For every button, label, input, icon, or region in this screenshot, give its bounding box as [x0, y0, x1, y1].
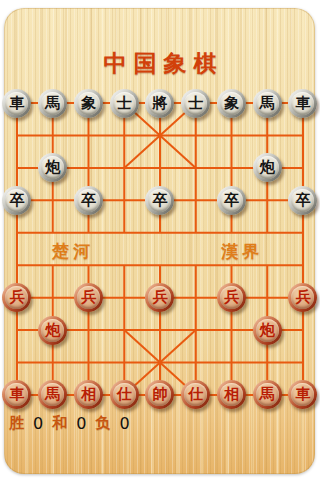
board-point[interactable]: 炮	[249, 152, 285, 184]
red-chariot[interactable]: 車	[2, 380, 31, 409]
black-chariot[interactable]: 車	[288, 89, 317, 118]
app-screen: 中国象棋 楚河 漢界 車馬象士將士象馬車炮炮卒卒卒卒卒兵兵兵兵兵炮炮車馬相仕帥仕…	[0, 0, 320, 480]
board-point[interactable]	[285, 249, 320, 281]
black-soldier[interactable]: 卒	[74, 186, 103, 215]
red-soldier[interactable]: 兵	[74, 283, 103, 312]
board-point[interactable]: 兵	[71, 281, 107, 313]
piece-glyph: 兵	[224, 290, 239, 305]
board-point[interactable]	[249, 184, 285, 216]
black-advisor[interactable]: 士	[181, 89, 210, 118]
board-point[interactable]: 象	[71, 87, 107, 119]
black-horse[interactable]: 馬	[253, 89, 282, 118]
board-point[interactable]	[142, 346, 178, 378]
red-cannon[interactable]: 炮	[253, 316, 282, 345]
board-point[interactable]	[178, 152, 214, 184]
board-point[interactable]: 馬	[249, 379, 285, 411]
board-point[interactable]: 卒	[0, 184, 35, 216]
score-bar: 胜 0 和 0 负 0	[9, 414, 130, 433]
piece-grid: 車馬象士將士象馬車炮炮卒卒卒卒卒兵兵兵兵兵炮炮車馬相仕帥仕相馬車	[0, 87, 320, 411]
board-point[interactable]	[285, 346, 320, 378]
board-point[interactable]	[214, 217, 250, 249]
board-point[interactable]	[214, 346, 250, 378]
piece-glyph: 馬	[260, 96, 275, 111]
board-point[interactable]	[106, 217, 142, 249]
board-point[interactable]	[106, 281, 142, 313]
piece-glyph: 車	[9, 96, 24, 111]
draws-count: 0	[76, 414, 86, 433]
red-chariot[interactable]: 車	[288, 380, 317, 409]
wins-label: 胜	[9, 414, 24, 433]
board-point[interactable]	[0, 346, 35, 378]
board-point[interactable]: 車	[285, 379, 320, 411]
red-soldier[interactable]: 兵	[288, 283, 317, 312]
piece-glyph: 炮	[45, 160, 60, 175]
red-soldier[interactable]: 兵	[217, 283, 246, 312]
board-point[interactable]	[0, 249, 35, 281]
board-point[interactable]	[178, 281, 214, 313]
piece-glyph: 士	[117, 96, 132, 111]
board-point[interactable]: 士	[178, 87, 214, 119]
board-point[interactable]	[285, 314, 320, 346]
board-point[interactable]: 炮	[35, 314, 71, 346]
board-point[interactable]: 仕	[178, 379, 214, 411]
board-point[interactable]	[71, 249, 107, 281]
board-point[interactable]	[106, 184, 142, 216]
board-point[interactable]	[214, 119, 250, 151]
board-point[interactable]	[35, 249, 71, 281]
board-point[interactable]	[35, 281, 71, 313]
piece-glyph: 卒	[9, 193, 24, 208]
wins-count: 0	[33, 414, 43, 433]
board-point[interactable]	[285, 217, 320, 249]
board-point[interactable]: 卒	[71, 184, 107, 216]
board-point[interactable]	[142, 152, 178, 184]
piece-glyph: 馬	[260, 387, 275, 402]
board-point[interactable]: 車	[0, 379, 35, 411]
board-point[interactable]	[285, 119, 320, 151]
black-chariot[interactable]: 車	[2, 89, 31, 118]
board-point[interactable]: 相	[71, 379, 107, 411]
piece-glyph: 兵	[81, 290, 96, 305]
black-soldier[interactable]: 卒	[217, 186, 246, 215]
board-point[interactable]	[178, 346, 214, 378]
losses-label: 负	[95, 414, 110, 433]
piece-glyph: 卒	[224, 193, 239, 208]
board-point[interactable]	[71, 346, 107, 378]
black-elephant[interactable]: 象	[217, 89, 246, 118]
draws-label: 和	[52, 414, 67, 433]
board-point[interactable]	[71, 217, 107, 249]
piece-glyph: 車	[295, 387, 310, 402]
black-horse[interactable]: 馬	[38, 89, 67, 118]
board-point[interactable]	[178, 249, 214, 281]
piece-glyph: 仕	[117, 387, 132, 402]
piece-glyph: 兵	[9, 290, 24, 305]
board-point[interactable]	[142, 314, 178, 346]
board-point[interactable]	[249, 346, 285, 378]
board-point[interactable]	[142, 249, 178, 281]
red-cannon[interactable]: 炮	[38, 316, 67, 345]
board-point[interactable]	[214, 314, 250, 346]
piece-glyph: 炮	[45, 323, 60, 338]
piece-glyph: 將	[152, 96, 167, 111]
red-horse[interactable]: 馬	[253, 380, 282, 409]
black-soldier[interactable]: 卒	[288, 186, 317, 215]
board-point[interactable]: 炮	[35, 152, 71, 184]
red-elephant[interactable]: 相	[217, 380, 246, 409]
black-cannon[interactable]: 炮	[253, 153, 282, 182]
board-point[interactable]	[178, 184, 214, 216]
piece-glyph: 車	[9, 387, 24, 402]
board-point[interactable]	[106, 119, 142, 151]
black-soldier[interactable]: 卒	[2, 186, 31, 215]
piece-glyph: 仕	[188, 387, 203, 402]
piece-glyph: 馬	[45, 96, 60, 111]
piece-glyph: 卒	[295, 193, 310, 208]
board-point[interactable]	[142, 119, 178, 151]
board-point[interactable]: 車	[0, 87, 35, 119]
black-advisor[interactable]: 士	[110, 89, 139, 118]
board-point[interactable]	[35, 119, 71, 151]
board-point[interactable]	[0, 217, 35, 249]
board-point[interactable]: 兵	[0, 281, 35, 313]
piece-glyph: 炮	[260, 160, 275, 175]
black-elephant[interactable]: 象	[74, 89, 103, 118]
board-point[interactable]: 兵	[285, 281, 320, 313]
piece-glyph: 兵	[295, 290, 310, 305]
board-point[interactable]: 卒	[285, 184, 320, 216]
board-point[interactable]	[71, 152, 107, 184]
board-point[interactable]: 炮	[249, 314, 285, 346]
black-cannon[interactable]: 炮	[38, 153, 67, 182]
board-point[interactable]: 相	[214, 379, 250, 411]
board-point[interactable]	[35, 346, 71, 378]
board-point[interactable]	[249, 281, 285, 313]
piece-glyph: 相	[224, 387, 239, 402]
board-point[interactable]	[35, 184, 71, 216]
black-general[interactable]: 將	[145, 89, 174, 118]
board-point[interactable]: 帥	[142, 379, 178, 411]
piece-glyph: 象	[224, 96, 239, 111]
board-point[interactable]	[178, 314, 214, 346]
red-soldier[interactable]: 兵	[145, 283, 174, 312]
board-point[interactable]	[106, 152, 142, 184]
board-point[interactable]	[106, 346, 142, 378]
piece-glyph: 卒	[81, 193, 96, 208]
board-point[interactable]	[0, 152, 35, 184]
piece-glyph: 相	[81, 387, 96, 402]
piece-glyph: 帥	[152, 387, 167, 402]
piece-glyph: 兵	[152, 290, 167, 305]
board-point[interactable]: 馬	[35, 87, 71, 119]
red-elephant[interactable]: 相	[74, 380, 103, 409]
board-point[interactable]	[214, 152, 250, 184]
board-point[interactable]	[285, 152, 320, 184]
board-point[interactable]: 象	[214, 87, 250, 119]
piece-glyph: 卒	[152, 193, 167, 208]
red-advisor[interactable]: 仕	[110, 380, 139, 409]
board-point[interactable]: 將	[142, 87, 178, 119]
board-point[interactable]	[249, 119, 285, 151]
board-point[interactable]	[0, 119, 35, 151]
piece-glyph: 士	[188, 96, 203, 111]
board-point[interactable]	[0, 314, 35, 346]
board-point[interactable]: 車	[285, 87, 320, 119]
board-point[interactable]	[35, 217, 71, 249]
board-point[interactable]	[178, 217, 214, 249]
board-point[interactable]	[106, 249, 142, 281]
board-point[interactable]: 仕	[106, 379, 142, 411]
app-title: 中国象棋	[0, 48, 320, 79]
board-point[interactable]: 兵	[142, 281, 178, 313]
piece-glyph: 象	[81, 96, 96, 111]
piece-glyph: 炮	[260, 323, 275, 338]
board-point[interactable]	[106, 314, 142, 346]
board-point[interactable]	[178, 119, 214, 151]
board-point[interactable]: 兵	[214, 281, 250, 313]
red-general[interactable]: 帥	[145, 380, 174, 409]
losses-count: 0	[119, 414, 129, 433]
board-point[interactable]	[249, 217, 285, 249]
board-point[interactable]	[249, 249, 285, 281]
red-soldier[interactable]: 兵	[2, 283, 31, 312]
board-point[interactable]	[71, 119, 107, 151]
red-advisor[interactable]: 仕	[181, 380, 210, 409]
piece-glyph: 馬	[45, 387, 60, 402]
board-point[interactable]	[71, 314, 107, 346]
black-soldier[interactable]: 卒	[145, 186, 174, 215]
board-point[interactable]: 馬	[249, 87, 285, 119]
red-horse[interactable]: 馬	[38, 380, 67, 409]
piece-glyph: 車	[295, 96, 310, 111]
board-point[interactable]: 馬	[35, 379, 71, 411]
board-point[interactable]: 卒	[142, 184, 178, 216]
board-point[interactable]	[214, 249, 250, 281]
board-point[interactable]: 卒	[214, 184, 250, 216]
board-point[interactable]: 士	[106, 87, 142, 119]
board-point[interactable]	[142, 217, 178, 249]
